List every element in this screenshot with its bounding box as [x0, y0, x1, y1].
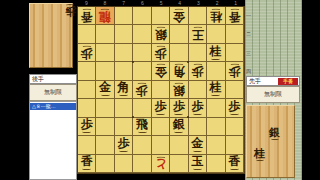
sente-piece-歩[interactable]: 歩 — [170, 99, 187, 116]
board-square-5九[interactable]: と — [152, 155, 170, 173]
sente-label-text: 先手 — [249, 78, 261, 84]
board-square-6九[interactable] — [133, 155, 151, 173]
board-square-8一[interactable]: 龍 — [96, 7, 114, 25]
board-square-4三[interactable] — [170, 44, 188, 62]
piece-kanji: 香 — [228, 156, 240, 167]
piece-base-line — [211, 9, 220, 12]
piece-base-line — [82, 9, 91, 12]
gote-piece-金[interactable]: 金 — [152, 62, 169, 79]
board-square-2一[interactable]: 桂 — [207, 7, 225, 25]
piece-base-line — [230, 112, 239, 115]
gote-piece-歩[interactable]: 歩 — [189, 62, 206, 79]
gote-hand-pawn-group[interactable]: 歩6 — [65, 6, 70, 15]
board-square-5五[interactable] — [152, 81, 170, 99]
gote-captured-tray[interactable]: 歩6 — [29, 3, 73, 68]
piece-kanji: 銀 — [269, 127, 280, 137]
board-square-5一[interactable] — [152, 7, 170, 25]
board-square-8四[interactable] — [96, 62, 114, 80]
hoshi-dot — [132, 61, 134, 63]
board-square-3三[interactable] — [189, 44, 207, 62]
gote-piece-香[interactable]: 香 — [78, 7, 95, 24]
piece-base-line — [193, 149, 202, 152]
hoshi-dot — [187, 61, 189, 63]
board-square-8五[interactable]: 金 — [96, 81, 114, 99]
piece-kanji: 銀 — [173, 119, 185, 130]
piece-kanji: 玉 — [191, 156, 203, 167]
sente-piece-玉[interactable]: 玉 — [189, 155, 206, 172]
kifu-move-list[interactable]: △８一龍… — [29, 101, 77, 180]
board-square-4五[interactable]: 銀 — [170, 81, 188, 99]
board-square-9二[interactable] — [78, 25, 96, 43]
board-square-8八[interactable] — [96, 136, 114, 154]
board-square-6五[interactable]: 歩 — [133, 81, 151, 99]
board-square-9五[interactable] — [78, 81, 96, 99]
piece-base-line — [174, 83, 183, 86]
piece-base-line — [174, 130, 183, 133]
hoshi-dot — [132, 116, 134, 118]
board-square-7三[interactable] — [115, 44, 133, 62]
piece-kanji: 歩 — [228, 67, 240, 78]
sente-piece-香[interactable]: 香 — [78, 155, 95, 172]
board-square-1八[interactable] — [226, 136, 244, 154]
board-square-9四[interactable] — [78, 62, 96, 80]
sente-piece-歩[interactable]: 歩 — [115, 136, 132, 153]
gote-time-box: 無制限 — [29, 84, 77, 101]
board-square-6一[interactable] — [133, 7, 151, 25]
gote-label-text: 後手 — [32, 76, 44, 82]
sente-piece-歩[interactable]: 歩 — [78, 118, 95, 135]
board-square-7五[interactable]: 角 — [115, 81, 133, 99]
piece-kanji: 香 — [228, 12, 240, 23]
piece-kanji: 龍 — [99, 12, 111, 23]
piece-kanji: 角 — [118, 82, 130, 93]
sente-piece-香[interactable]: 香 — [226, 155, 243, 172]
gote-piece-銀[interactable]: 銀 — [170, 81, 187, 98]
board-square-5二[interactable]: 銀 — [152, 25, 170, 43]
board-square-1四[interactable]: 歩 — [226, 62, 244, 80]
piece-base-line — [138, 130, 147, 133]
piece-base-line — [271, 137, 279, 140]
sente-piece-歩[interactable]: 歩 — [226, 99, 243, 116]
piece-kanji: 歩 — [136, 86, 148, 97]
board-square-8二[interactable] — [96, 25, 114, 43]
sente-piece-銀[interactable]: 銀 — [170, 118, 187, 135]
board-square-2二[interactable] — [207, 25, 225, 43]
sente-captured-tray[interactable]: 銀桂 — [246, 105, 295, 178]
gote-piece-桂[interactable]: 桂 — [207, 7, 224, 24]
board-square-6二[interactable] — [133, 25, 151, 43]
board-square-9七[interactable]: 歩 — [78, 118, 96, 136]
piece-kanji: 歩 — [81, 49, 93, 60]
piece-kanji: 歩 — [81, 119, 93, 130]
rank-label-三: 三 — [244, 43, 253, 62]
board-square-5六[interactable]: 歩 — [152, 99, 170, 117]
board-square-1九[interactable]: 香 — [226, 155, 244, 173]
piece-base-line — [193, 167, 202, 170]
board-square-9九[interactable]: 香 — [78, 155, 96, 173]
sente-piece-飛[interactable]: 飛 — [133, 118, 150, 135]
gote-piece-角[interactable]: 角 — [170, 62, 187, 79]
board-square-7一[interactable] — [115, 7, 133, 25]
sente-piece-歩[interactable]: 歩 — [189, 99, 206, 116]
app-window: { "game": "shogi", "position": { "sfen":… — [0, 0, 320, 180]
sente-piece-角[interactable]: 角 — [115, 81, 132, 98]
sente-piece-桂[interactable]: 桂 — [207, 81, 224, 98]
gote-piece-王[interactable]: 王 — [189, 25, 206, 42]
piece-kanji: 桂 — [210, 82, 222, 93]
board-square-5八[interactable] — [152, 136, 170, 154]
board-square-5四[interactable]: 金 — [152, 62, 170, 80]
board-square-6六[interactable] — [133, 99, 151, 117]
gote-piece-歩[interactable]: 歩 — [226, 62, 243, 79]
piece-base-line — [211, 57, 220, 60]
gote-piece-歩[interactable]: 歩 — [65, 4, 76, 17]
board-square-8九[interactable] — [96, 155, 114, 173]
piece-base-line — [174, 9, 183, 12]
piece-base-line — [119, 149, 128, 152]
board-square-2七[interactable] — [207, 118, 225, 136]
board-square-3五[interactable] — [189, 81, 207, 99]
board-square-1三[interactable] — [226, 44, 244, 62]
board-square-3一[interactable] — [189, 7, 207, 25]
board-square-7六[interactable] — [115, 99, 133, 117]
board-square-7八[interactable]: 歩 — [115, 136, 133, 154]
board-square-4六[interactable]: 歩 — [170, 99, 188, 117]
board-square-1六[interactable]: 歩 — [226, 99, 244, 117]
board-square-7二[interactable] — [115, 25, 133, 43]
board-square-9六[interactable] — [78, 99, 96, 117]
board-square-3七[interactable] — [189, 118, 207, 136]
board-square-4八[interactable] — [170, 136, 188, 154]
piece-kanji: 歩 — [118, 138, 130, 149]
piece-kanji: 歩 — [155, 49, 167, 60]
board-square-2五[interactable]: 桂 — [207, 81, 225, 99]
board-square-6四[interactable] — [133, 62, 151, 80]
piece-kanji: 角 — [173, 67, 185, 78]
gote-piece-龍[interactable]: 龍 — [96, 7, 113, 24]
hoshi-dot — [187, 116, 189, 118]
piece-base-line — [156, 112, 165, 115]
board-square-3九[interactable]: 玉 — [189, 155, 207, 173]
gote-piece-歩[interactable]: 歩 — [152, 44, 169, 61]
gote-time-text: 無制限 — [44, 88, 62, 97]
rank-label-一: 一 — [244, 6, 253, 25]
board-square-4七[interactable]: 銀 — [170, 118, 188, 136]
piece-base-line — [256, 158, 264, 161]
piece-kanji: 香 — [81, 156, 93, 167]
sente-piece-桂[interactable]: 桂 — [254, 148, 265, 161]
board-square-3四[interactable]: 歩 — [189, 62, 207, 80]
board-square-8三[interactable] — [96, 44, 114, 62]
board-square-2九[interactable] — [207, 155, 225, 173]
piece-base-line — [138, 83, 147, 86]
piece-kanji: 銀 — [155, 30, 167, 41]
sente-piece-銀[interactable]: 銀 — [269, 127, 280, 140]
piece-kanji: 銀 — [173, 86, 185, 97]
gote-piece-銀[interactable]: 銀 — [152, 25, 169, 42]
board-square-2八[interactable] — [207, 136, 225, 154]
board-square-1二[interactable] — [226, 25, 244, 43]
piece-base-line — [82, 167, 91, 170]
sente-piece-歩[interactable]: 歩 — [152, 99, 169, 116]
sente-player-label: 先手 手番 — [246, 76, 300, 86]
board-square-9三[interactable]: 歩 — [78, 44, 96, 62]
gote-piece-と[interactable]: と — [152, 155, 169, 172]
piece-base-line — [156, 156, 165, 159]
board-square-2四[interactable] — [207, 62, 225, 80]
piece-kanji: 金 — [99, 82, 111, 93]
piece-base-line — [156, 46, 165, 49]
piece-base-line — [101, 9, 110, 12]
board-square-9八[interactable] — [78, 136, 96, 154]
board-square-8七[interactable] — [96, 118, 114, 136]
piece-base-line — [67, 4, 75, 7]
piece-base-line — [119, 93, 128, 96]
gote-player-label: 後手 — [29, 74, 77, 84]
sente-piece-金[interactable]: 金 — [189, 136, 206, 153]
board-square-1一[interactable]: 香 — [226, 7, 244, 25]
piece-kanji: 飛 — [136, 119, 148, 130]
rank-label-二: 二 — [244, 25, 253, 44]
piece-kanji: 歩 — [228, 101, 240, 112]
piece-kanji: 歩 — [191, 101, 203, 112]
sente-piece-金[interactable]: 金 — [96, 81, 113, 98]
board-square-6七[interactable]: 飛 — [133, 118, 151, 136]
piece-kanji: 桂 — [210, 12, 222, 23]
piece-base-line — [211, 93, 220, 96]
shogi-board[interactable]: 香龍金桂香銀王歩歩桂金角歩歩金角歩銀桂歩歩歩歩歩飛銀歩金香と玉香 — [77, 6, 245, 174]
board-square-3六[interactable]: 歩 — [189, 99, 207, 117]
sente-time-box: 無制限 — [246, 86, 300, 103]
kifu-selected-row[interactable]: △８一龍… — [30, 103, 76, 110]
piece-kanji: 金 — [173, 12, 185, 23]
board-square-4九[interactable] — [170, 155, 188, 173]
gote-piece-歩[interactable]: 歩 — [133, 81, 150, 98]
board-square-5三[interactable]: 歩 — [152, 44, 170, 62]
piece-kanji: 王 — [191, 30, 203, 41]
gote-piece-香[interactable]: 香 — [226, 7, 243, 24]
board-square-3二[interactable]: 王 — [189, 25, 207, 43]
piece-kanji: 金 — [191, 138, 203, 149]
board-square-2三[interactable]: 桂 — [207, 44, 225, 62]
piece-kanji: 桂 — [254, 148, 265, 158]
piece-kanji: 歩 — [154, 101, 166, 112]
board-square-7四[interactable] — [115, 62, 133, 80]
piece-kanji: 歩 — [191, 67, 203, 78]
board-square-6三[interactable] — [133, 44, 151, 62]
piece-base-line — [193, 112, 202, 115]
piece-kanji: 香 — [81, 12, 93, 23]
piece-base-line — [174, 112, 183, 115]
board-square-4四[interactable]: 角 — [170, 62, 188, 80]
board-square-4一[interactable]: 金 — [170, 7, 188, 25]
board-square-8六[interactable] — [96, 99, 114, 117]
piece-base-line — [101, 93, 110, 96]
board-square-2六[interactable] — [207, 99, 225, 117]
piece-kanji: 金 — [155, 67, 167, 78]
board-square-9一[interactable]: 香 — [78, 7, 96, 25]
board-square-3八[interactable]: 金 — [189, 136, 207, 154]
piece-base-line — [82, 46, 91, 49]
gote-piece-歩[interactable]: 歩 — [78, 44, 95, 61]
piece-kanji: と — [154, 159, 166, 170]
board-square-7九[interactable] — [115, 155, 133, 173]
piece-kanji: 桂 — [210, 46, 222, 57]
board-square-1五[interactable] — [226, 81, 244, 99]
board-square-1七[interactable] — [226, 118, 244, 136]
board-square-5七[interactable] — [152, 118, 170, 136]
sente-piece-桂[interactable]: 桂 — [207, 44, 224, 61]
turn-indicator-badge: 手番 — [278, 78, 298, 85]
piece-base-line — [230, 9, 239, 12]
board-square-6八[interactable] — [133, 136, 151, 154]
piece-base-line — [230, 167, 239, 170]
piece-base-line — [82, 130, 91, 133]
piece-kanji: 歩 — [65, 7, 76, 17]
piece-kanji: 歩 — [173, 101, 185, 112]
sente-time-text: 無制限 — [264, 90, 282, 99]
board-square-7七[interactable] — [115, 118, 133, 136]
gote-piece-金[interactable]: 金 — [170, 7, 187, 24]
board-square-4二[interactable] — [170, 25, 188, 43]
